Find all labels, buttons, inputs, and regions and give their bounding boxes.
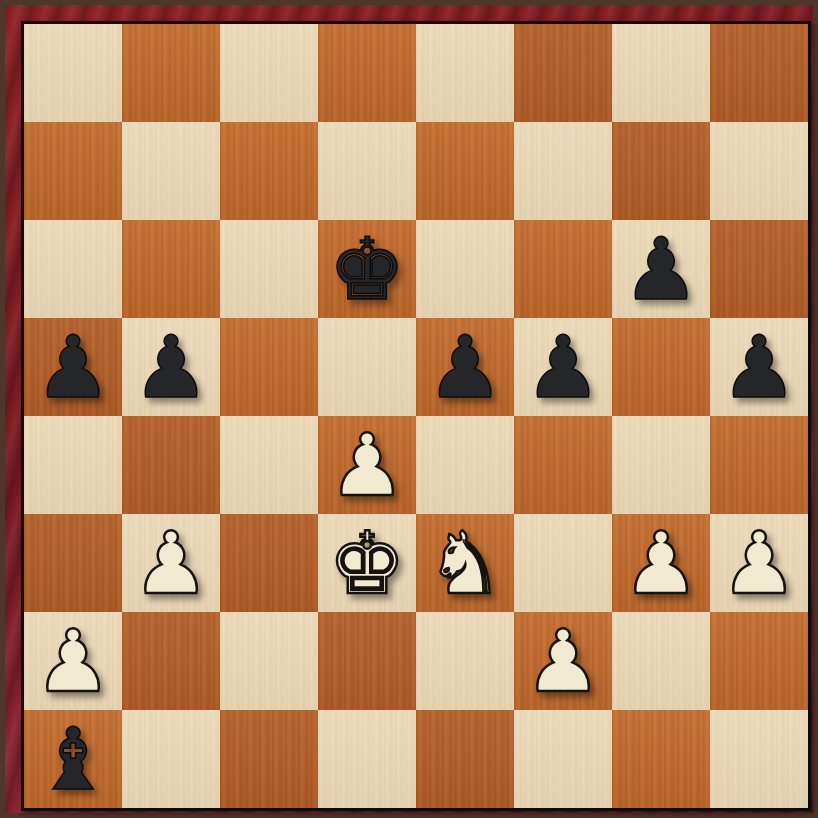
square-d3[interactable]: ♚ bbox=[318, 514, 416, 612]
square-c1[interactable] bbox=[220, 710, 318, 808]
square-f6[interactable] bbox=[514, 220, 612, 318]
square-a4[interactable] bbox=[24, 416, 122, 514]
piece-white-pawn-g3[interactable]: ♟ bbox=[622, 514, 699, 612]
piece-black-pawn-g6[interactable]: ♟ bbox=[622, 220, 699, 318]
chess-board: ♚♟♟♟♟♟♟♟♟♚♞♟♟♟♟♝ bbox=[21, 21, 811, 811]
square-h5[interactable]: ♟ bbox=[710, 318, 808, 416]
square-a5[interactable]: ♟ bbox=[24, 318, 122, 416]
square-c7[interactable] bbox=[220, 122, 318, 220]
square-e7[interactable] bbox=[416, 122, 514, 220]
square-c6[interactable] bbox=[220, 220, 318, 318]
square-h7[interactable] bbox=[710, 122, 808, 220]
square-e1[interactable] bbox=[416, 710, 514, 808]
piece-white-knight-e3[interactable]: ♞ bbox=[426, 514, 503, 612]
square-d5[interactable] bbox=[318, 318, 416, 416]
square-b1[interactable] bbox=[122, 710, 220, 808]
square-b8[interactable] bbox=[122, 24, 220, 122]
square-a1[interactable]: ♝ bbox=[24, 710, 122, 808]
piece-black-pawn-b5[interactable]: ♟ bbox=[132, 318, 209, 416]
square-e3[interactable]: ♞ bbox=[416, 514, 514, 612]
piece-white-king-d3[interactable]: ♚ bbox=[328, 514, 405, 612]
piece-white-pawn-f2[interactable]: ♟ bbox=[524, 612, 601, 710]
square-d4[interactable]: ♟ bbox=[318, 416, 416, 514]
square-d2[interactable] bbox=[318, 612, 416, 710]
square-g6[interactable]: ♟ bbox=[612, 220, 710, 318]
square-e8[interactable] bbox=[416, 24, 514, 122]
square-g5[interactable] bbox=[612, 318, 710, 416]
square-h6[interactable] bbox=[710, 220, 808, 318]
square-b3[interactable]: ♟ bbox=[122, 514, 220, 612]
square-h4[interactable] bbox=[710, 416, 808, 514]
piece-black-pawn-a5[interactable]: ♟ bbox=[34, 318, 111, 416]
piece-black-pawn-e5[interactable]: ♟ bbox=[426, 318, 503, 416]
square-c2[interactable] bbox=[220, 612, 318, 710]
square-a6[interactable] bbox=[24, 220, 122, 318]
piece-white-pawn-a2[interactable]: ♟ bbox=[34, 612, 111, 710]
square-c4[interactable] bbox=[220, 416, 318, 514]
square-a8[interactable] bbox=[24, 24, 122, 122]
square-f4[interactable] bbox=[514, 416, 612, 514]
square-e2[interactable] bbox=[416, 612, 514, 710]
board-frame: ♚♟♟♟♟♟♟♟♟♚♞♟♟♟♟♝ bbox=[0, 0, 818, 818]
square-f1[interactable] bbox=[514, 710, 612, 808]
square-b5[interactable]: ♟ bbox=[122, 318, 220, 416]
square-b7[interactable] bbox=[122, 122, 220, 220]
square-b4[interactable] bbox=[122, 416, 220, 514]
piece-black-bishop-a1[interactable]: ♝ bbox=[34, 710, 111, 808]
square-d1[interactable] bbox=[318, 710, 416, 808]
square-e4[interactable] bbox=[416, 416, 514, 514]
square-a3[interactable] bbox=[24, 514, 122, 612]
square-a2[interactable]: ♟ bbox=[24, 612, 122, 710]
piece-white-pawn-d4[interactable]: ♟ bbox=[328, 416, 405, 514]
square-c5[interactable] bbox=[220, 318, 318, 416]
square-g7[interactable] bbox=[612, 122, 710, 220]
square-f3[interactable] bbox=[514, 514, 612, 612]
square-d8[interactable] bbox=[318, 24, 416, 122]
square-c3[interactable] bbox=[220, 514, 318, 612]
square-a7[interactable] bbox=[24, 122, 122, 220]
square-f2[interactable]: ♟ bbox=[514, 612, 612, 710]
square-g1[interactable] bbox=[612, 710, 710, 808]
square-b2[interactable] bbox=[122, 612, 220, 710]
square-c8[interactable] bbox=[220, 24, 318, 122]
square-b6[interactable] bbox=[122, 220, 220, 318]
square-e5[interactable]: ♟ bbox=[416, 318, 514, 416]
square-h1[interactable] bbox=[710, 710, 808, 808]
piece-black-pawn-f5[interactable]: ♟ bbox=[524, 318, 601, 416]
square-e6[interactable] bbox=[416, 220, 514, 318]
square-g2[interactable] bbox=[612, 612, 710, 710]
square-f8[interactable] bbox=[514, 24, 612, 122]
piece-white-pawn-b3[interactable]: ♟ bbox=[132, 514, 209, 612]
square-g8[interactable] bbox=[612, 24, 710, 122]
piece-white-pawn-h3[interactable]: ♟ bbox=[720, 514, 797, 612]
square-g4[interactable] bbox=[612, 416, 710, 514]
square-h8[interactable] bbox=[710, 24, 808, 122]
piece-black-pawn-h5[interactable]: ♟ bbox=[720, 318, 797, 416]
square-d7[interactable] bbox=[318, 122, 416, 220]
square-h2[interactable] bbox=[710, 612, 808, 710]
square-f7[interactable] bbox=[514, 122, 612, 220]
square-h3[interactable]: ♟ bbox=[710, 514, 808, 612]
square-d6[interactable]: ♚ bbox=[318, 220, 416, 318]
square-f5[interactable]: ♟ bbox=[514, 318, 612, 416]
piece-black-king-d6[interactable]: ♚ bbox=[328, 220, 405, 318]
square-g3[interactable]: ♟ bbox=[612, 514, 710, 612]
